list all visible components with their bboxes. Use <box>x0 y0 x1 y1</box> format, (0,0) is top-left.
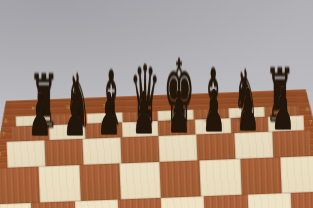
pieces-layer: ♜♞♝♛♚♝♞♜♟♟♟♟♟♟♟♟ <box>0 0 313 208</box>
piece-black-pawn-b7[interactable]: ♟ <box>63 85 86 143</box>
piece-black-pawn-f7[interactable]: ♟ <box>202 82 225 140</box>
piece-black-pawn-a7[interactable]: ♟ <box>28 86 51 144</box>
piece-black-pawn-d7[interactable]: ♟ <box>132 83 155 141</box>
piece-black-pawn-g7[interactable]: ♟ <box>237 81 260 139</box>
chess-photo-scene: abcdefgh88776655 ♜♞♝♛♚♝♞♜♟♟♟♟♟♟♟♟ <box>0 0 313 208</box>
piece-black-pawn-e7[interactable]: ♟ <box>167 83 190 141</box>
piece-black-pawn-c7[interactable]: ♟ <box>98 84 121 142</box>
piece-black-pawn-h7[interactable]: ♟ <box>271 80 294 138</box>
